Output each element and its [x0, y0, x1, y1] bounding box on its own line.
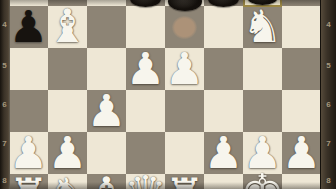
square-c5[interactable] — [87, 6, 126, 48]
rank-label-right-6: 6 — [321, 101, 336, 109]
piece-white-rook-e1[interactable]: ♜ — [161, 172, 209, 189]
square-b3[interactable] — [48, 90, 87, 132]
square-h3[interactable] — [282, 90, 321, 132]
rank-label-right-7: 7 — [321, 140, 336, 148]
rank-label-right-8: 8 — [321, 177, 336, 185]
square-f3[interactable] — [204, 90, 243, 132]
square-d3[interactable] — [126, 90, 165, 132]
square-d5[interactable] — [126, 6, 165, 48]
piece-white-king-g1[interactable]: ♚ — [239, 168, 287, 189]
piece-white-knight-g5[interactable]: ♞ — [239, 4, 287, 49]
rank-label-left-4: 4 — [0, 21, 9, 29]
square-f4[interactable] — [204, 48, 243, 90]
square-g4[interactable] — [243, 48, 282, 90]
rank-label-left-6: 6 — [0, 101, 9, 109]
rank-label-left-5: 5 — [0, 62, 9, 70]
piece-white-pawn-c3[interactable]: ♟ — [83, 89, 131, 133]
board-frame-right: 45678 — [320, 0, 336, 189]
square-a4[interactable] — [9, 48, 48, 90]
board-frame-left: 45678 — [0, 0, 10, 189]
square-f5[interactable] — [204, 6, 243, 48]
rank-label-right-4: 4 — [321, 21, 336, 29]
square-g3[interactable] — [243, 90, 282, 132]
rank-label-left-8: 8 — [0, 177, 9, 185]
rank-label-right-5: 5 — [321, 62, 336, 70]
square-a3[interactable] — [9, 90, 48, 132]
piece-white-bishop-b5[interactable]: ♝ — [44, 3, 92, 49]
square-h5[interactable] — [282, 6, 321, 48]
square-c4[interactable] — [87, 48, 126, 90]
square-h4[interactable] — [282, 48, 321, 90]
chess-board-screen: ♟♝♞♟♟♟♟♟♟♟♟♜♞♝♛♜♚ 45678 45678 — [0, 0, 336, 189]
piece-white-pawn-e4[interactable]: ♟ — [161, 47, 209, 91]
move-from-marker-e5 — [172, 16, 197, 39]
square-e3[interactable] — [165, 90, 204, 132]
square-b4[interactable] — [48, 48, 87, 90]
rank-label-left-7: 7 — [0, 140, 9, 148]
